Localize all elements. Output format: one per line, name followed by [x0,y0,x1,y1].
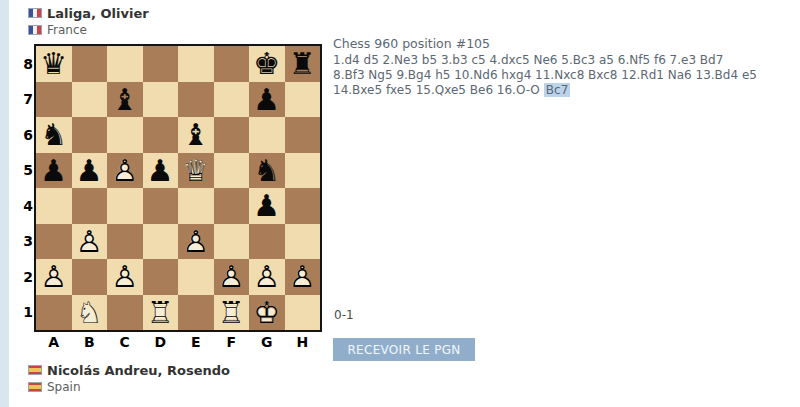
square-f7 [214,82,250,118]
white-pawn-piece: ♟♙ [107,153,143,189]
square-f4 [214,188,250,224]
chess960-game-page: { "game": "chess960", "position": "q5kr/… [0,0,800,407]
square-a3 [36,224,72,260]
black-player-block: Laliga, Olivier France [28,5,149,39]
square-b2 [72,259,108,295]
square-d7 [143,82,179,118]
game-info-column: Chess 960 position #105 1.d4 d5 2.Ne3 b5… [333,36,773,98]
square-b1: ♞♘ [72,295,108,331]
square-f6 [214,117,250,153]
file-label-f: F [214,334,250,350]
position-title: Chess 960 position #105 [333,36,773,51]
square-g2: ♟♙ [249,259,285,295]
black-pawn-piece: ♟ [249,82,285,118]
black-rook-piece: ♜ [285,46,321,82]
square-h2: ♟♙ [285,259,321,295]
france-flag-icon [28,25,42,35]
highlighted-move: Bc7 [544,83,570,97]
square-c1 [107,295,143,331]
square-c5: ♟♙ [107,153,143,189]
rank-label-5: 5 [19,153,33,189]
chess-board: ♛♚♜♝♟♞♝♟♟♟♙♟♛♕♞♟♟♙♟♙♟♙♟♙♟♙♟♙♟♙♞♘♜♖♜♖♚♔ [34,44,322,332]
file-label-d: D [143,334,179,350]
move-line-3: 14.Bxe5 fxe5 15.Qxe5 Be6 16.O-OBc7 [333,83,773,98]
black-king-piece: ♚ [249,46,285,82]
move-line-3-text: 14.Bxe5 fxe5 15.Qxe5 Be6 16.O-O [333,83,540,97]
square-b5: ♟ [72,153,108,189]
square-g1: ♚♔ [249,295,285,331]
square-b4 [72,188,108,224]
square-e8 [178,46,214,82]
rank-label-6: 6 [19,117,33,153]
square-g8: ♚ [249,46,285,82]
rank-label-8: 8 [19,46,33,82]
square-g5: ♞ [249,153,285,189]
square-c7: ♝ [107,82,143,118]
move-line-1: 1.d4 d5 2.Ne3 b5 3.b3 c5 4.dxc5 Ne6 5.Bc… [333,53,773,68]
black-bishop-piece: ♝ [178,117,214,153]
square-a6: ♞ [36,117,72,153]
black-queen-piece: ♛ [36,46,72,82]
square-f2: ♟♙ [214,259,250,295]
black-player-name: Laliga, Olivier [47,6,149,21]
black-bishop-piece: ♝ [107,82,143,118]
square-f3 [214,224,250,260]
square-e7 [178,82,214,118]
white-pawn-piece: ♟♙ [178,224,214,260]
square-a1 [36,295,72,331]
square-e4 [178,188,214,224]
square-b8 [72,46,108,82]
square-c8 [107,46,143,82]
square-c2: ♟♙ [107,259,143,295]
square-a2: ♟♙ [36,259,72,295]
square-a8: ♛ [36,46,72,82]
file-label-a: A [36,334,72,350]
square-d3 [143,224,179,260]
white-king-piece: ♚♔ [249,295,285,331]
rank-label-3: 3 [19,224,33,260]
square-h8: ♜ [285,46,321,82]
black-pawn-piece: ♟ [72,153,108,189]
white-pawn-piece: ♟♙ [36,259,72,295]
black-pawn-piece: ♟ [143,153,179,189]
square-g3 [249,224,285,260]
square-b6 [72,117,108,153]
square-d8 [143,46,179,82]
square-e1 [178,295,214,331]
file-label-b: B [72,334,108,350]
rank-label-1: 1 [19,295,33,331]
left-side-strip [0,0,9,407]
spain-flag-icon [28,382,42,392]
square-e5: ♛♕ [178,153,214,189]
receive-pgn-button[interactable]: RECEVOIR LE PGN [333,338,475,361]
square-d1: ♜♖ [143,295,179,331]
black-pawn-piece: ♟ [249,188,285,224]
white-pawn-piece: ♟♙ [214,259,250,295]
rank-label-7: 7 [19,82,33,118]
square-g7: ♟ [249,82,285,118]
rank-label-2: 2 [19,259,33,295]
white-knight-piece: ♞♘ [72,295,108,331]
square-d4 [143,188,179,224]
white-pawn-piece: ♟♙ [72,224,108,260]
square-b7 [72,82,108,118]
white-pawn-piece: ♟♙ [107,259,143,295]
square-c3 [107,224,143,260]
square-d5: ♟ [143,153,179,189]
square-c4 [107,188,143,224]
move-line-2: 8.Bf3 Ng5 9.Bg4 h5 10.Nd6 hxg4 11.Nxc8 B… [333,68,773,83]
square-h3 [285,224,321,260]
france-flag-icon [28,8,42,18]
spain-flag-icon [28,365,42,375]
board-block: 87654321 ♛♚♜♝♟♞♝♟♟♟♙♟♛♕♞♟♟♙♟♙♟♙♟♙♟♙♟♙♟♙♞… [19,44,322,350]
square-e6: ♝ [178,117,214,153]
square-d6 [143,117,179,153]
rank-label-4: 4 [19,188,33,224]
square-h4 [285,188,321,224]
white-rook-piece: ♜♖ [143,295,179,331]
white-pawn-piece: ♟♙ [285,259,321,295]
black-knight-piece: ♞ [249,153,285,189]
file-label-g: G [249,334,285,350]
file-label-c: C [107,334,143,350]
square-b3: ♟♙ [72,224,108,260]
file-label-e: E [178,334,214,350]
rank-labels: 87654321 [19,46,33,330]
square-c6 [107,117,143,153]
white-player-block: Nicolás Andreu, Rosendo Spain [28,362,230,396]
white-queen-piece: ♛♕ [178,153,214,189]
square-f5 [214,153,250,189]
white-player-country: Spain [47,380,81,394]
square-d2 [143,259,179,295]
square-a7 [36,82,72,118]
square-g6 [249,117,285,153]
square-a4 [36,188,72,224]
white-rook-piece: ♜♖ [214,295,250,331]
square-e2 [178,259,214,295]
square-h6 [285,117,321,153]
square-a5: ♟ [36,153,72,189]
file-label-h: H [285,334,321,350]
square-h7 [285,82,321,118]
white-pawn-piece: ♟♙ [249,259,285,295]
square-f8 [214,46,250,82]
file-labels: ABCDEFGH [36,334,322,350]
game-result: 0-1 [334,308,354,322]
black-pawn-piece: ♟ [36,153,72,189]
square-h5 [285,153,321,189]
black-knight-piece: ♞ [36,117,72,153]
square-h1 [285,295,321,331]
square-g4: ♟ [249,188,285,224]
black-player-country: France [47,23,87,37]
square-e3: ♟♙ [178,224,214,260]
white-player-name: Nicolás Andreu, Rosendo [47,363,230,378]
square-f1: ♜♖ [214,295,250,331]
